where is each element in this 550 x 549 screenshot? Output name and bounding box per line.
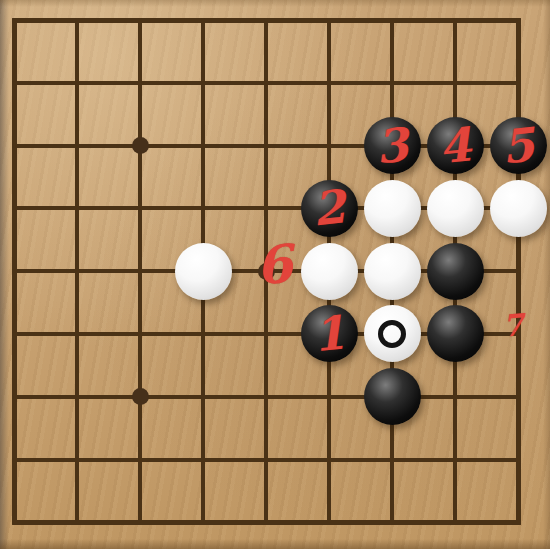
point-1-9[interactable] — [0, 491, 46, 549]
point-7-1[interactable] — [361, 0, 424, 51]
white-stone — [364, 243, 421, 300]
point-4-1[interactable] — [172, 0, 235, 51]
point-1-3[interactable] — [0, 114, 46, 177]
point-9-9[interactable] — [487, 491, 550, 549]
point-9-1[interactable] — [487, 0, 550, 51]
point-9-2[interactable] — [487, 51, 550, 114]
move-number-label: 5 — [500, 121, 537, 170]
point-2-8[interactable] — [46, 428, 109, 491]
point-9-8[interactable] — [487, 428, 550, 491]
point-8-1[interactable] — [424, 0, 487, 51]
point-6-2[interactable] — [298, 51, 361, 114]
point-8-2[interactable] — [424, 51, 487, 114]
point-6-1[interactable] — [298, 0, 361, 51]
point-3-9[interactable] — [109, 491, 172, 549]
black-stone: 3 — [364, 117, 421, 174]
black-stone — [364, 368, 421, 425]
point-8-4[interactable] — [424, 177, 487, 240]
point-5-4[interactable] — [235, 177, 298, 240]
point-2-6[interactable] — [46, 303, 109, 366]
point-1-8[interactable] — [0, 428, 46, 491]
point-5-8[interactable] — [235, 428, 298, 491]
point-5-9[interactable] — [235, 491, 298, 549]
white-stone — [490, 180, 547, 237]
point-8-6[interactable] — [424, 303, 487, 366]
point-3-2[interactable] — [109, 51, 172, 114]
point-1-5[interactable] — [0, 240, 46, 303]
point-3-4[interactable] — [109, 177, 172, 240]
white-stone — [364, 305, 421, 362]
point-3-7[interactable] — [109, 365, 172, 428]
point-8-5[interactable] — [424, 240, 487, 303]
point-6-3[interactable] — [298, 114, 361, 177]
black-stone — [427, 305, 484, 362]
handwritten-move-number: 6 — [254, 238, 295, 293]
white-stone — [175, 243, 232, 300]
point-3-1[interactable] — [109, 0, 172, 51]
point-2-7[interactable] — [46, 365, 109, 428]
point-5-7[interactable] — [235, 365, 298, 428]
black-stone: 5 — [490, 117, 547, 174]
point-7-7[interactable] — [361, 365, 424, 428]
black-stone: 4 — [427, 117, 484, 174]
point-1-2[interactable] — [0, 51, 46, 114]
point-9-5[interactable] — [487, 240, 550, 303]
point-9-4[interactable] — [487, 177, 550, 240]
point-2-2[interactable] — [46, 51, 109, 114]
move-number-label: 1 — [311, 309, 348, 358]
move-number-label: 3 — [374, 121, 411, 170]
point-4-2[interactable] — [172, 51, 235, 114]
point-4-6[interactable] — [172, 303, 235, 366]
point-7-2[interactable] — [361, 51, 424, 114]
point-5-3[interactable] — [235, 114, 298, 177]
point-3-5[interactable] — [109, 240, 172, 303]
point-1-6[interactable] — [0, 303, 46, 366]
point-4-5[interactable] — [172, 240, 235, 303]
go-board: 34521 67 — [0, 0, 550, 549]
point-2-5[interactable] — [46, 240, 109, 303]
white-stone — [364, 180, 421, 237]
point-2-3[interactable] — [46, 114, 109, 177]
point-8-9[interactable] — [424, 491, 487, 549]
point-5-6[interactable] — [235, 303, 298, 366]
point-4-8[interactable] — [172, 428, 235, 491]
point-4-4[interactable] — [172, 177, 235, 240]
point-1-7[interactable] — [0, 365, 46, 428]
point-9-7[interactable] — [487, 365, 550, 428]
point-8-7[interactable] — [424, 365, 487, 428]
point-3-6[interactable] — [109, 303, 172, 366]
point-6-4[interactable]: 2 — [298, 177, 361, 240]
point-6-5[interactable] — [298, 240, 361, 303]
black-stone: 1 — [301, 305, 358, 362]
circle-marker-icon — [378, 320, 406, 348]
point-6-8[interactable] — [298, 428, 361, 491]
point-5-1[interactable] — [235, 0, 298, 51]
point-4-7[interactable] — [172, 365, 235, 428]
point-7-6[interactable] — [361, 303, 424, 366]
point-3-8[interactable] — [109, 428, 172, 491]
white-stone — [427, 180, 484, 237]
handwritten-move-number: 7 — [501, 310, 524, 342]
point-7-8[interactable] — [361, 428, 424, 491]
point-6-6[interactable]: 1 — [298, 303, 361, 366]
move-number-label: 2 — [311, 184, 348, 233]
point-7-4[interactable] — [361, 177, 424, 240]
point-7-3[interactable]: 3 — [361, 114, 424, 177]
point-9-3[interactable]: 5 — [487, 114, 550, 177]
point-3-3[interactable] — [109, 114, 172, 177]
point-1-1[interactable] — [0, 0, 46, 51]
white-stone — [301, 243, 358, 300]
point-4-9[interactable] — [172, 491, 235, 549]
point-6-9[interactable] — [298, 491, 361, 549]
point-1-4[interactable] — [0, 177, 46, 240]
point-8-3[interactable]: 4 — [424, 114, 487, 177]
point-7-5[interactable] — [361, 240, 424, 303]
point-2-4[interactable] — [46, 177, 109, 240]
move-number-label: 4 — [437, 121, 474, 170]
point-7-9[interactable] — [361, 491, 424, 549]
point-5-2[interactable] — [235, 51, 298, 114]
point-6-7[interactable] — [298, 365, 361, 428]
point-2-1[interactable] — [46, 0, 109, 51]
black-stone — [427, 243, 484, 300]
point-8-8[interactable] — [424, 428, 487, 491]
point-2-9[interactable] — [46, 491, 109, 549]
black-stone: 2 — [301, 180, 358, 237]
point-4-3[interactable] — [172, 114, 235, 177]
